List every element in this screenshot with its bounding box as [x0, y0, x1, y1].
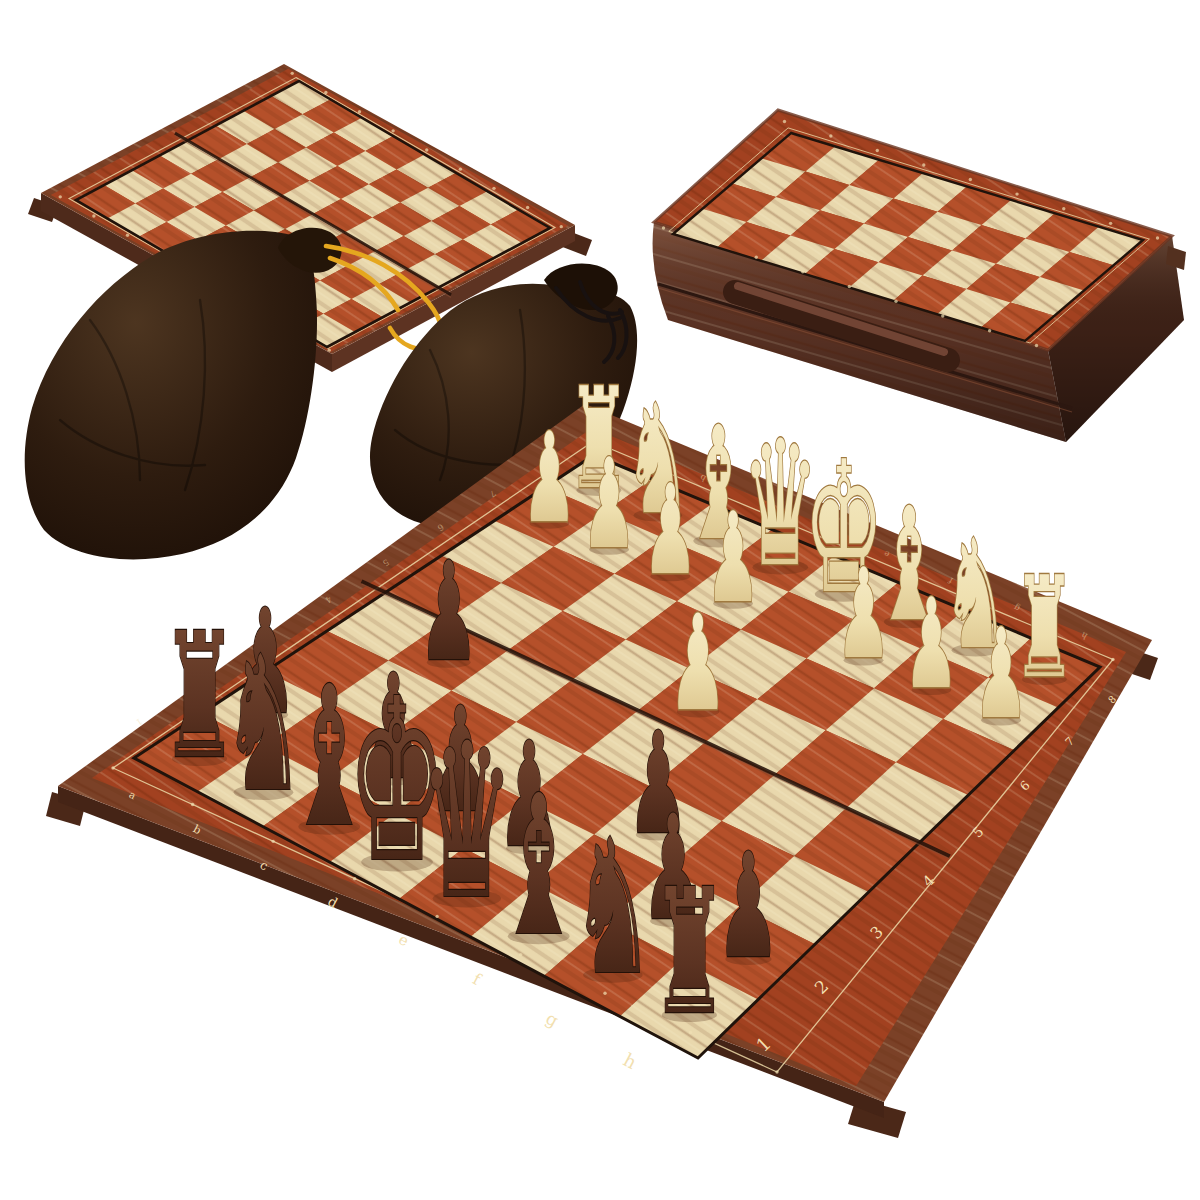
piece-cream-pawn-h7: ♟ [973, 602, 1028, 746]
piece-cream-pawn-f7: ♟ [836, 542, 891, 686]
case-dot [876, 149, 879, 152]
file-label-g: g [543, 1008, 562, 1031]
case-dot [1156, 236, 1159, 239]
case-dot [894, 300, 897, 303]
piece-cream-pawn-a7: ♟ [522, 405, 577, 549]
case-dot [988, 329, 991, 332]
file-label-e: e [396, 930, 412, 949]
case-dot [1015, 192, 1018, 195]
flat-dot [425, 148, 428, 151]
case-dot [969, 178, 972, 181]
piece-walnut-knight-g1: ♞ [571, 798, 654, 1016]
case-dot [1062, 207, 1065, 210]
flat-dot [126, 233, 129, 236]
piece-walnut-bishop-f1: ♝ [496, 753, 582, 979]
bag-body [25, 231, 317, 560]
file-label-h: h [620, 1049, 640, 1073]
piece-walnut-rook-h1: ♜ [651, 852, 728, 1052]
flat-dot [560, 225, 563, 228]
case-dot [941, 314, 944, 317]
file-label-f: f [470, 969, 485, 989]
flat-dot [526, 206, 529, 209]
piece-cream-pawn-c7: ♟ [643, 458, 698, 602]
case-dot [1035, 344, 1038, 347]
piece-cream-pawn-b7: ♟ [581, 431, 636, 575]
chess-set-product-photo: aabbccddeeffgghh1122334455667788♜♞♝♛♚♝♞♜… [0, 0, 1200, 1200]
case-dot [1109, 222, 1112, 225]
flat-dot [59, 195, 62, 198]
main-dot [191, 803, 194, 806]
main-dot [271, 840, 274, 843]
case-dot [662, 226, 665, 229]
case-dot [783, 120, 786, 123]
main-dot [111, 766, 114, 769]
piece-cream-pawn-g7: ♟ [904, 572, 959, 716]
product-photo-canvas: aabbccddeeffgghh1122334455667788♜♞♝♛♚♝♞♜… [0, 0, 1200, 1200]
case-dot [848, 285, 851, 288]
main-dot [775, 1070, 778, 1073]
flat-dot [459, 167, 462, 170]
case-dot [708, 241, 711, 244]
flat-dot [358, 110, 361, 113]
case-dot [922, 163, 925, 166]
case-dot [829, 134, 832, 137]
flat-dot [324, 91, 327, 94]
main-dot [1111, 658, 1114, 661]
flat-dot [492, 187, 495, 190]
case-dot [801, 270, 804, 273]
flat-dot [92, 214, 95, 217]
flat-dot [391, 129, 394, 132]
case-dot [755, 256, 758, 259]
flat-dot [291, 72, 294, 75]
flat-dot [328, 348, 331, 351]
rank-label-far-1: 1 [134, 716, 144, 727]
